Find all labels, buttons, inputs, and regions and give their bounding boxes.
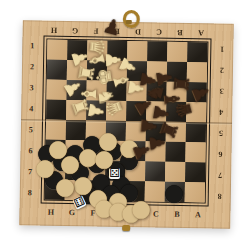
square [65,180,85,200]
coordinate-label: B [166,211,187,221]
square [65,160,85,180]
square [145,181,165,201]
square [45,140,65,160]
coordinate-label: A [191,26,212,36]
coordinate-label: 3 [24,77,38,98]
square [107,41,127,61]
square [46,120,66,140]
square [125,181,145,201]
coordinate-label: 6 [23,140,37,161]
square [67,40,87,60]
square [165,142,185,162]
coordinate-label: 1 [215,39,229,60]
square [66,100,86,120]
coordinate-label: C [145,210,166,220]
coordinate-label: H [40,209,61,219]
coordinate-label: 1 [25,35,39,56]
coordinate-label: 4 [24,98,38,119]
square [125,141,145,161]
square [107,61,127,81]
square [87,60,107,80]
square [106,101,126,121]
square [87,40,107,60]
square [85,180,105,200]
coordinate-label: E [103,210,124,220]
square [185,162,205,182]
coordinate-label: 5 [214,123,228,144]
square [165,162,185,182]
coordinate-label: A [187,211,208,221]
files-bottom-labels: HGFEDCBA [40,209,208,222]
coordinate-label: F [86,24,107,34]
square [126,81,146,101]
coordinate-label: D [124,210,145,220]
square [185,182,205,202]
coordinate-label: 5 [24,119,38,140]
folded-chess-board: HGFEDCBA HGFEDCBA 12345678 12345678 [19,20,234,229]
square [145,141,165,161]
square [65,140,85,160]
square [127,61,147,81]
coordinate-label: C [149,25,170,35]
square [106,81,126,101]
square [67,60,87,80]
coordinate-label: B [170,26,191,36]
square [146,121,166,141]
square [185,142,205,162]
square [146,101,166,121]
square [86,80,106,100]
square [165,182,185,202]
square [66,120,86,140]
coordinate-label: 7 [213,165,227,186]
square [46,80,66,100]
square [166,102,186,122]
coordinate-label: 8 [213,186,227,207]
square [167,62,187,82]
ring-mount [126,20,132,24]
square [45,180,65,200]
square [85,140,105,160]
square [126,121,146,141]
square [126,101,146,121]
square [85,160,105,180]
square [167,42,187,62]
square [47,60,67,80]
coordinate-label: 2 [215,60,229,81]
square [147,61,167,81]
square [125,161,145,181]
coordinate-label: D [128,25,149,35]
square [146,81,166,101]
coordinate-label: G [65,24,86,34]
square [105,161,125,181]
square [86,100,106,120]
square [105,141,125,161]
square [186,122,206,142]
coordinate-label: 3 [214,81,228,102]
square [127,41,147,61]
square [145,161,165,181]
square [147,41,167,61]
product-photo: HGFEDCBA HGFEDCBA 12345678 12345678 ●●●●… [0,0,250,250]
coordinate-label: 6 [213,144,227,165]
square [45,160,65,180]
coordinate-label: 4 [214,102,228,123]
coordinate-label: 7 [23,161,37,182]
square [46,100,66,120]
clasp-icon [122,225,130,231]
square [187,62,207,82]
coordinate-label: 2 [25,56,39,77]
square [166,82,186,102]
square [86,120,106,140]
coordinate-label: H [44,24,65,34]
square [66,80,86,100]
coordinate-label: E [107,25,128,35]
square [106,121,126,141]
square [105,181,125,201]
square [187,42,207,62]
coordinate-label: 8 [23,182,37,203]
square [166,122,186,142]
coordinate-label: G [61,209,82,219]
coordinate-label: F [82,209,103,219]
square [186,82,206,102]
square [186,102,206,122]
files-top-labels: HGFEDCBA [44,24,212,37]
square [47,40,67,60]
